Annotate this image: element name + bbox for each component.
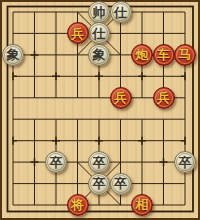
piece-red-soldier[interactable]: 兵 [67, 22, 89, 44]
piece-glyph: 象 [7, 48, 20, 61]
piece-glyph: 卒 [93, 177, 106, 190]
piece-ivory-soldier[interactable]: 卒 [110, 173, 132, 195]
piece-glyph: 卒 [114, 177, 127, 190]
piece-glyph: 兵 [114, 91, 127, 104]
piece-ivory-soldier[interactable]: 卒 [88, 173, 110, 195]
piece-ivory-advisor[interactable]: 仕 [110, 1, 132, 23]
piece-glyph: 车 [157, 48, 170, 61]
piece-glyph: 帅 [93, 5, 106, 18]
piece-red-elephant[interactable]: 相 [131, 194, 153, 216]
piece-ivory-soldier[interactable]: 卒 [174, 151, 196, 173]
pieces-layer: 帅仕仕象象卒卒卒卒卒兵炮车马兵兵将相 [2, 1, 196, 215]
piece-glyph: 兵 [71, 26, 84, 39]
piece-red-soldier[interactable]: 兵 [110, 87, 132, 109]
piece-glyph: 兵 [157, 91, 170, 104]
piece-glyph: 卒 [50, 155, 63, 168]
piece-ivory-elephant[interactable]: 象 [2, 44, 24, 66]
xiangqi-board: 帅仕仕象象卒卒卒卒卒兵炮车马兵兵将相 [0, 0, 200, 220]
piece-glyph: 卒 [179, 155, 192, 168]
piece-glyph: 仕 [93, 26, 106, 39]
piece-glyph: 将 [71, 198, 84, 211]
piece-ivory-soldier[interactable]: 卒 [45, 151, 67, 173]
piece-ivory-soldier[interactable]: 卒 [88, 151, 110, 173]
piece-red-chariot[interactable]: 车 [153, 44, 175, 66]
piece-glyph: 相 [136, 198, 149, 211]
piece-ivory-general[interactable]: 帅 [88, 1, 110, 23]
piece-glyph: 仕 [114, 5, 127, 18]
piece-glyph: 马 [179, 48, 192, 61]
piece-glyph: 卒 [93, 155, 106, 168]
piece-red-horse[interactable]: 马 [174, 44, 196, 66]
piece-red-general[interactable]: 将 [67, 194, 89, 216]
piece-red-soldier[interactable]: 兵 [153, 87, 175, 109]
piece-glyph: 象 [93, 48, 106, 61]
piece-red-cannon[interactable]: 炮 [131, 44, 153, 66]
piece-ivory-elephant[interactable]: 象 [88, 44, 110, 66]
piece-glyph: 炮 [136, 48, 149, 61]
piece-ivory-advisor[interactable]: 仕 [88, 22, 110, 44]
